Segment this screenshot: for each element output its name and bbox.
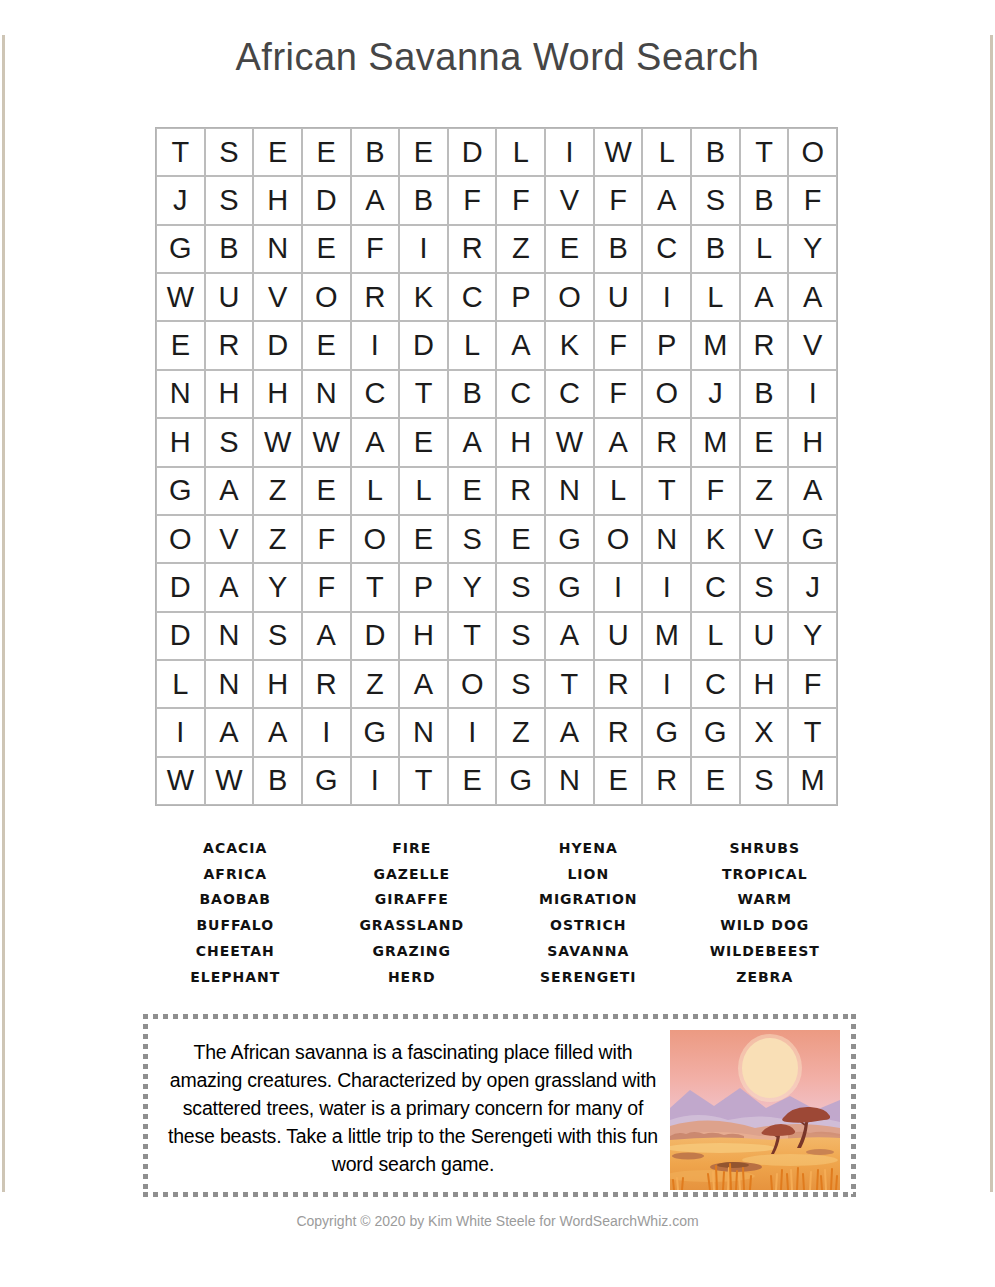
grid-cell: N <box>205 660 254 708</box>
grid-cell: Z <box>253 467 302 515</box>
grid-cell: Z <box>496 225 545 273</box>
grid-cell: S <box>496 563 545 611</box>
word-item: AFRICA <box>147 862 324 888</box>
word-item: SERENGETI <box>500 965 677 991</box>
grid-cell: O <box>156 515 205 563</box>
grid-cell: R <box>351 273 400 321</box>
grid-cell: O <box>351 515 400 563</box>
grid-cell: C <box>642 225 691 273</box>
grid-cell: S <box>205 128 254 176</box>
grid-cell: E <box>545 225 594 273</box>
word-item: MIGRATION <box>500 887 677 913</box>
grid-cell: D <box>448 128 497 176</box>
grid-cell: E <box>399 418 448 466</box>
word-item: HERD <box>324 965 501 991</box>
grid-cell: R <box>205 321 254 369</box>
grid-cell: K <box>545 321 594 369</box>
grid-cell: Y <box>253 563 302 611</box>
grid-cell: D <box>156 612 205 660</box>
grid-cell: I <box>642 563 691 611</box>
grid-cell: L <box>448 321 497 369</box>
description-box: The African savanna is a fascinating pla… <box>143 1014 856 1197</box>
grid-cell: T <box>399 757 448 805</box>
grid-cell: O <box>302 273 351 321</box>
grid-cell: G <box>545 515 594 563</box>
grid-cell: C <box>351 370 400 418</box>
grid-cell: V <box>545 176 594 224</box>
grid-cell: O <box>788 128 837 176</box>
grid-cell: B <box>253 757 302 805</box>
grid-cell: L <box>642 128 691 176</box>
grid-cell: A <box>642 176 691 224</box>
description-text: The African savanna is a fascinating pla… <box>157 1038 669 1178</box>
word-item: LION <box>500 862 677 888</box>
grid-cell: C <box>691 563 740 611</box>
grid-cell: A <box>302 612 351 660</box>
grid-cell: U <box>594 273 643 321</box>
grid-cell: A <box>253 708 302 756</box>
grid-cell: A <box>205 708 254 756</box>
grid-cell: B <box>351 128 400 176</box>
grid-cell: O <box>545 273 594 321</box>
description-line: word search game. <box>157 1150 669 1178</box>
grid-cell: T <box>642 467 691 515</box>
savanna-illustration <box>670 1030 840 1190</box>
word-item: SAVANNA <box>500 939 677 965</box>
grid-cell: L <box>156 660 205 708</box>
grid-cell: O <box>594 515 643 563</box>
word-item: GAZELLE <box>324 862 501 888</box>
word-item: GIRAFFE <box>324 887 501 913</box>
grid-cell: F <box>351 225 400 273</box>
grid-cell: P <box>399 563 448 611</box>
grid-cell: H <box>399 612 448 660</box>
grid-cell: L <box>691 273 740 321</box>
grid-cell: A <box>545 708 594 756</box>
grid-cell: E <box>496 515 545 563</box>
grid-cell: S <box>205 176 254 224</box>
grid-cell: B <box>740 370 789 418</box>
grid-cell: E <box>448 757 497 805</box>
grid-cell: T <box>740 128 789 176</box>
grid-cell: A <box>399 660 448 708</box>
grid-cell: M <box>642 612 691 660</box>
grid-cell: V <box>205 515 254 563</box>
grid-cell: G <box>156 225 205 273</box>
grid-cell: W <box>156 757 205 805</box>
grid-cell: C <box>545 370 594 418</box>
grid-cell: E <box>156 321 205 369</box>
grid-cell: N <box>253 225 302 273</box>
grid-cell: M <box>691 418 740 466</box>
grid-cell: E <box>399 515 448 563</box>
mound <box>806 1149 834 1155</box>
word-item: TROPICAL <box>677 862 854 888</box>
grid-cell: E <box>740 418 789 466</box>
grid-cell: B <box>448 370 497 418</box>
sun <box>742 1038 798 1098</box>
grid-cell: S <box>448 515 497 563</box>
grid-cell: C <box>448 273 497 321</box>
grid-cell: G <box>156 467 205 515</box>
grid-cell: H <box>253 660 302 708</box>
grid-cell: W <box>253 418 302 466</box>
grid-cell: F <box>594 370 643 418</box>
word-list-column-1: ACACIAAFRICABAOBABBUFFALOCHEETAHELEPHANT <box>147 836 324 990</box>
grid-cell: G <box>788 515 837 563</box>
grid-cell: I <box>788 370 837 418</box>
grid-cell: P <box>496 273 545 321</box>
word-item: GRASSLAND <box>324 913 501 939</box>
grid-cell: F <box>448 176 497 224</box>
grid-cell: A <box>448 418 497 466</box>
grid-cell: B <box>594 225 643 273</box>
grid-cell: Z <box>253 515 302 563</box>
grid-cell: K <box>399 273 448 321</box>
grid-cell: H <box>253 176 302 224</box>
grid-cell: H <box>156 418 205 466</box>
grid-cell: B <box>205 225 254 273</box>
grid-cell: J <box>691 370 740 418</box>
grid-cell: F <box>302 515 351 563</box>
grid-cell: E <box>691 757 740 805</box>
grid-cell: A <box>788 467 837 515</box>
grid-cell: R <box>496 467 545 515</box>
grid-cell: W <box>205 757 254 805</box>
grid-cell: G <box>691 708 740 756</box>
grid-cell: I <box>351 757 400 805</box>
grid-cell: E <box>594 757 643 805</box>
grid-cell: E <box>302 467 351 515</box>
grid-cell: L <box>594 467 643 515</box>
grid-cell: W <box>302 418 351 466</box>
grid-cell: F <box>594 321 643 369</box>
word-item: WARM <box>677 887 854 913</box>
grid-cell: H <box>205 370 254 418</box>
page-title: African Savanna Word Search <box>0 36 995 79</box>
grid-cell: N <box>545 757 594 805</box>
word-item: ELEPHANT <box>147 965 324 991</box>
grid-cell: E <box>253 128 302 176</box>
word-list: ACACIAAFRICABAOBABBUFFALOCHEETAHELEPHANT… <box>147 836 853 990</box>
grid-cell: G <box>302 757 351 805</box>
grid-cell: T <box>399 370 448 418</box>
grid-cell: P <box>642 321 691 369</box>
grid-cell: Z <box>740 467 789 515</box>
word-item: CHEETAH <box>147 939 324 965</box>
grid-cell: G <box>496 757 545 805</box>
puzzle-page: African Savanna Word Search TSEEBEDLIWLB… <box>0 0 995 1287</box>
page-edge-left <box>2 35 5 1192</box>
grid-cell: T <box>448 612 497 660</box>
word-item: FIRE <box>324 836 501 862</box>
grid-cell: L <box>351 467 400 515</box>
grid-cell: E <box>399 128 448 176</box>
grid-cell: F <box>788 660 837 708</box>
description-line: The African savanna is a fascinating pla… <box>157 1038 669 1066</box>
grid-cell: A <box>351 418 400 466</box>
grid-cell: F <box>691 467 740 515</box>
word-item: ZEBRA <box>677 965 854 991</box>
grid-cell: N <box>399 708 448 756</box>
grid-cell: I <box>642 273 691 321</box>
grid-cell: V <box>788 321 837 369</box>
word-item: SHRUBS <box>677 836 854 862</box>
grid-cell: S <box>496 660 545 708</box>
grid-cell: R <box>594 708 643 756</box>
grid-cell: Y <box>448 563 497 611</box>
grid-cell: G <box>545 563 594 611</box>
page-edge-right <box>990 35 993 1192</box>
word-item: BAOBAB <box>147 887 324 913</box>
grid-cell: E <box>302 321 351 369</box>
grid-cell: W <box>156 273 205 321</box>
grid-cell: V <box>253 273 302 321</box>
grid-cell: A <box>205 467 254 515</box>
grid-cell: G <box>351 708 400 756</box>
word-item: WILD DOG <box>677 913 854 939</box>
grid-cell: N <box>205 612 254 660</box>
grid-cell: J <box>156 176 205 224</box>
grid-cell: D <box>302 176 351 224</box>
mound <box>717 1162 749 1168</box>
grid-cell: K <box>691 515 740 563</box>
word-list-column-2: FIREGAZELLEGIRAFFEGRASSLANDGRAZINGHERD <box>324 836 501 990</box>
grid-cell: Y <box>788 612 837 660</box>
grid-cell: T <box>545 660 594 708</box>
grid-cell: X <box>740 708 789 756</box>
grid-cell: C <box>691 660 740 708</box>
grid-cell: M <box>788 757 837 805</box>
grid-cell: R <box>448 225 497 273</box>
grid-cell: R <box>642 757 691 805</box>
grid-cell: B <box>740 176 789 224</box>
grid-cell: S <box>253 612 302 660</box>
grid-cell: W <box>545 418 594 466</box>
grid-cell: B <box>399 176 448 224</box>
grid-cell: F <box>496 176 545 224</box>
grid-cell: R <box>642 418 691 466</box>
grid-cell: R <box>594 660 643 708</box>
grid-cell: S <box>496 612 545 660</box>
mound <box>672 1153 704 1160</box>
description-line: amazing creatures. Characterized by open… <box>157 1066 669 1094</box>
grid-cell: I <box>156 708 205 756</box>
grid-cell: E <box>448 467 497 515</box>
grid-cell: I <box>448 708 497 756</box>
grid-cell: O <box>642 370 691 418</box>
grid-cell: A <box>740 273 789 321</box>
word-search-grid: TSEEBEDLIWLBTOJSHDABFFVFASBFGBNEFIRZEBCB… <box>155 127 838 806</box>
grid-cell: R <box>302 660 351 708</box>
grid-cell: I <box>642 660 691 708</box>
word-item: ACACIA <box>147 836 324 862</box>
grid-cell: S <box>740 757 789 805</box>
copyright: Copyright © 2020 by Kim White Steele for… <box>0 1213 995 1229</box>
word-list-column-3: HYENALIONMIGRATIONOSTRICHSAVANNASERENGET… <box>500 836 677 990</box>
grid-cell: D <box>253 321 302 369</box>
grid-cell: N <box>545 467 594 515</box>
word-item: GRAZING <box>324 939 501 965</box>
grid-cell: A <box>496 321 545 369</box>
grid-cell: N <box>642 515 691 563</box>
grid-cell: R <box>740 321 789 369</box>
description-line: these beasts. Take a little trip to the … <box>157 1122 669 1150</box>
grid-cell: E <box>302 225 351 273</box>
grid-cell: L <box>740 225 789 273</box>
grid-cell: H <box>788 418 837 466</box>
grid-cell: H <box>740 660 789 708</box>
grid-cell: B <box>691 225 740 273</box>
grid-cell: I <box>594 563 643 611</box>
grid-cell: A <box>594 418 643 466</box>
word-item: BUFFALO <box>147 913 324 939</box>
word-item: WILDEBEEST <box>677 939 854 965</box>
grid-cell: H <box>253 370 302 418</box>
grid-cell: Z <box>496 708 545 756</box>
grid-cell: F <box>594 176 643 224</box>
grid-cell: D <box>156 563 205 611</box>
grid-cell: A <box>545 612 594 660</box>
grid-cell: N <box>156 370 205 418</box>
grid-cell: L <box>399 467 448 515</box>
grid-cell: J <box>788 563 837 611</box>
grid-cell: I <box>302 708 351 756</box>
word-item: HYENA <box>500 836 677 862</box>
grid-cell: I <box>399 225 448 273</box>
grid-cell: N <box>302 370 351 418</box>
grid-cell: S <box>691 176 740 224</box>
grid-cell: L <box>496 128 545 176</box>
grid-cell: M <box>691 321 740 369</box>
grid-cell: C <box>496 370 545 418</box>
grid-cell: U <box>205 273 254 321</box>
grid-cell: I <box>351 321 400 369</box>
description-line: scattered trees, water is a primary conc… <box>157 1094 669 1122</box>
grid-cell: O <box>448 660 497 708</box>
grid-cell: Y <box>788 225 837 273</box>
grid-cell: T <box>156 128 205 176</box>
grid-cell: G <box>642 708 691 756</box>
grid-cell: F <box>788 176 837 224</box>
grid-cell: B <box>691 128 740 176</box>
grid-cell: D <box>351 612 400 660</box>
grid-cell: L <box>691 612 740 660</box>
grid-cell: V <box>740 515 789 563</box>
word-list-column-4: SHRUBSTROPICALWARMWILD DOGWILDEBEESTZEBR… <box>677 836 854 990</box>
grid-cell: A <box>788 273 837 321</box>
grid-cell: S <box>205 418 254 466</box>
grid-cell: S <box>740 563 789 611</box>
grid-cell: Z <box>351 660 400 708</box>
word-item: OSTRICH <box>500 913 677 939</box>
grid-cell: E <box>302 128 351 176</box>
grid-cell: T <box>788 708 837 756</box>
light-band <box>670 1143 775 1153</box>
grid-cell: A <box>205 563 254 611</box>
grid-cell: I <box>545 128 594 176</box>
grid-cell: D <box>399 321 448 369</box>
grid-cell: T <box>351 563 400 611</box>
grid-cell: U <box>740 612 789 660</box>
grid-cell: A <box>351 176 400 224</box>
grid-cell: W <box>594 128 643 176</box>
grid-cell: U <box>594 612 643 660</box>
grid-cell: F <box>302 563 351 611</box>
grid-cell: H <box>496 418 545 466</box>
